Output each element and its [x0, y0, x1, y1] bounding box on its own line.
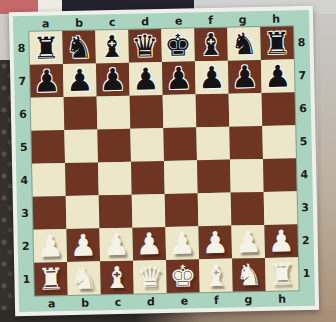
- square-h2[interactable]: ♟: [264, 224, 298, 258]
- black-pawn[interactable]: ♟: [99, 63, 127, 97]
- black-rook[interactable]: ♜: [263, 26, 291, 60]
- square-g3[interactable]: [231, 192, 265, 226]
- square-f7[interactable]: ♟: [195, 61, 229, 95]
- square-a2[interactable]: ♟: [33, 229, 67, 263]
- black-king[interactable]: ♚: [164, 28, 192, 62]
- square-a5[interactable]: [31, 130, 65, 164]
- black-bishop[interactable]: ♝: [197, 28, 225, 62]
- square-a8[interactable]: ♜: [29, 31, 63, 65]
- square-d8[interactable]: ♛: [128, 29, 162, 63]
- rank-label-7: 7: [298, 70, 306, 81]
- rank-label-7: 7: [18, 76, 26, 87]
- black-pawn[interactable]: ♟: [66, 63, 94, 97]
- black-pawn[interactable]: ♟: [231, 60, 259, 94]
- white-bishop[interactable]: ♝: [202, 259, 230, 293]
- square-e4[interactable]: [164, 160, 198, 194]
- rank-label-8: 8: [298, 37, 306, 48]
- file-label-h: h: [278, 293, 286, 304]
- black-pawn[interactable]: ♟: [198, 61, 226, 95]
- rank-label-8: 8: [18, 43, 26, 54]
- square-d4[interactable]: [131, 161, 165, 195]
- rank-label-5: 5: [300, 136, 308, 147]
- square-c3[interactable]: [99, 195, 133, 229]
- file-label-f: f: [208, 14, 213, 25]
- file-label-d: d: [147, 296, 155, 307]
- file-label-g: g: [244, 294, 252, 305]
- file-label-h: h: [272, 13, 280, 24]
- file-label-b: b: [75, 17, 83, 28]
- square-e1[interactable]: ♚: [166, 259, 200, 293]
- square-e3[interactable]: [165, 193, 199, 227]
- white-bishop[interactable]: ♝: [103, 261, 131, 295]
- square-f3[interactable]: [198, 193, 232, 227]
- white-knight[interactable]: ♞: [70, 261, 98, 295]
- rank-label-3: 3: [301, 202, 309, 213]
- square-f4[interactable]: [197, 160, 231, 194]
- white-knight[interactable]: ♞: [235, 258, 263, 292]
- black-bishop[interactable]: ♝: [98, 30, 126, 64]
- white-rook[interactable]: ♜: [37, 262, 65, 296]
- square-b4[interactable]: [65, 162, 99, 196]
- square-a7[interactable]: ♟: [30, 64, 64, 98]
- white-rook[interactable]: ♜: [268, 257, 296, 291]
- chess-board: abcdefgh 87654321 ♜♞♝♛♚♝♞♜♟♟♟♟♟♟♟♟♟♟♟♟♟♟…: [9, 6, 319, 316]
- board-squares: ♜♞♝♛♚♝♞♜♟♟♟♟♟♟♟♟♟♟♟♟♟♟♟♟♜♞♝♛♚♝♞♜: [29, 26, 298, 295]
- file-label-a: a: [48, 298, 56, 309]
- file-label-a: a: [42, 18, 50, 29]
- white-pawn[interactable]: ♟: [102, 228, 130, 262]
- square-f2[interactable]: ♟: [198, 226, 232, 260]
- white-pawn[interactable]: ♟: [201, 226, 229, 260]
- square-b3[interactable]: [66, 195, 100, 229]
- square-b7[interactable]: ♟: [63, 63, 97, 97]
- square-c8[interactable]: ♝: [95, 30, 129, 64]
- rank-label-1: 1: [23, 274, 31, 285]
- square-b1[interactable]: ♞: [67, 261, 101, 295]
- square-a4[interactable]: [32, 163, 66, 197]
- board-border: abcdefgh 87654321 ♜♞♝♛♚♝♞♜♟♟♟♟♟♟♟♟♟♟♟♟♟♟…: [13, 10, 315, 312]
- square-h7[interactable]: ♟: [261, 59, 295, 93]
- white-queen[interactable]: ♛: [136, 260, 164, 294]
- square-a1[interactable]: ♜: [34, 262, 68, 296]
- white-pawn[interactable]: ♟: [234, 225, 262, 259]
- square-g4[interactable]: [230, 159, 264, 193]
- file-label-e: e: [181, 295, 189, 306]
- black-knight[interactable]: ♞: [230, 27, 258, 61]
- file-label-c: c: [115, 296, 122, 307]
- square-d2[interactable]: ♟: [132, 227, 166, 261]
- square-c5[interactable]: [97, 129, 131, 163]
- black-knight[interactable]: ♞: [65, 30, 93, 64]
- background-right-side: [318, 14, 336, 322]
- square-c6[interactable]: [97, 96, 131, 130]
- square-a3[interactable]: [33, 196, 67, 230]
- square-b5[interactable]: [64, 129, 98, 163]
- rank-label-4: 4: [20, 175, 28, 186]
- file-label-d: d: [141, 16, 149, 27]
- rank-label-5: 5: [20, 142, 28, 153]
- square-f1[interactable]: ♝: [199, 259, 233, 293]
- square-c4[interactable]: [98, 162, 132, 196]
- square-f6[interactable]: [196, 94, 230, 128]
- file-label-e: e: [175, 15, 183, 26]
- white-pawn[interactable]: ♟: [36, 229, 64, 263]
- square-e8[interactable]: ♚: [161, 28, 195, 62]
- square-g2[interactable]: ♟: [231, 225, 265, 259]
- square-c7[interactable]: ♟: [96, 63, 130, 97]
- file-label-g: g: [238, 14, 246, 25]
- square-f8[interactable]: ♝: [194, 28, 228, 62]
- black-pawn[interactable]: ♟: [132, 62, 160, 96]
- white-pawn[interactable]: ♟: [267, 224, 295, 258]
- square-c2[interactable]: ♟: [99, 228, 133, 262]
- square-h1[interactable]: ♜: [265, 257, 299, 291]
- square-b8[interactable]: ♞: [62, 30, 96, 64]
- square-g8[interactable]: ♞: [227, 27, 261, 61]
- square-g1[interactable]: ♞: [232, 258, 266, 292]
- square-g6[interactable]: [229, 93, 263, 127]
- rank-label-2: 2: [302, 235, 310, 246]
- black-pawn[interactable]: ♟: [33, 64, 61, 98]
- black-pawn[interactable]: ♟: [165, 61, 193, 95]
- square-e2[interactable]: ♟: [165, 226, 199, 260]
- white-pawn[interactable]: ♟: [69, 228, 97, 262]
- square-g7[interactable]: ♟: [228, 60, 262, 94]
- black-rook[interactable]: ♜: [32, 31, 60, 65]
- square-h8[interactable]: ♜: [260, 26, 294, 60]
- white-pawn[interactable]: ♟: [135, 227, 163, 261]
- rank-label-1: 1: [302, 268, 310, 279]
- file-label-b: b: [81, 297, 89, 308]
- square-h5[interactable]: [262, 125, 296, 159]
- file-label-c: c: [109, 16, 116, 27]
- square-b6[interactable]: [64, 96, 98, 130]
- rank-label-4: 4: [300, 169, 308, 180]
- square-d1[interactable]: ♛: [133, 260, 167, 294]
- rank-label-6: 6: [19, 109, 27, 120]
- square-d7[interactable]: ♟: [129, 62, 163, 96]
- black-pawn[interactable]: ♟: [264, 59, 292, 93]
- file-label-f: f: [214, 294, 219, 305]
- square-d3[interactable]: [132, 194, 166, 228]
- square-g5[interactable]: [229, 126, 263, 160]
- square-e6[interactable]: [163, 94, 197, 128]
- square-h6[interactable]: [262, 92, 296, 126]
- rank-label-6: 6: [299, 103, 307, 114]
- square-e5[interactable]: [163, 127, 197, 161]
- white-king[interactable]: ♚: [169, 259, 197, 293]
- square-a6[interactable]: [31, 97, 65, 131]
- square-h4[interactable]: [263, 158, 297, 192]
- square-d6[interactable]: [130, 95, 164, 129]
- white-pawn[interactable]: ♟: [168, 226, 196, 260]
- rank-label-3: 3: [21, 208, 29, 219]
- square-d5[interactable]: [130, 128, 164, 162]
- black-queen[interactable]: ♛: [131, 29, 159, 63]
- square-c1[interactable]: ♝: [100, 261, 134, 295]
- square-f5[interactable]: [196, 127, 230, 161]
- square-b2[interactable]: ♟: [66, 228, 100, 262]
- square-e7[interactable]: ♟: [162, 61, 196, 95]
- rank-label-2: 2: [22, 241, 30, 252]
- square-h3[interactable]: [264, 191, 298, 225]
